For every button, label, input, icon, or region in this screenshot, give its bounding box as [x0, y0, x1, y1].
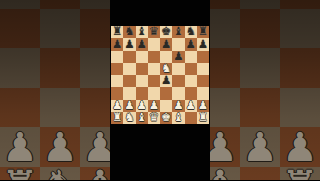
square-g4[interactable] [185, 75, 197, 87]
piece-white-pawn: ♟ [198, 100, 208, 112]
square-g2[interactable]: ♟ [185, 100, 197, 112]
square-b3[interactable] [123, 87, 135, 99]
square-h3[interactable] [197, 87, 209, 99]
square-g1[interactable] [185, 112, 197, 124]
square-d5[interactable] [148, 63, 160, 75]
square-d1[interactable]: ♛ [148, 112, 160, 124]
piece-white-pawn: ♟ [124, 100, 134, 112]
square-a6[interactable] [111, 51, 123, 63]
bg-piece-rook: ♜ [0, 167, 40, 181]
piece-white-pawn: ♟ [173, 100, 183, 112]
square-g7[interactable]: ♟ [185, 38, 197, 50]
square-b5[interactable] [123, 63, 135, 75]
square-d8[interactable]: ♛ [148, 26, 160, 38]
square-h2[interactable]: ♟ [197, 100, 209, 112]
square-e7[interactable]: ♟ [160, 38, 172, 50]
square-f1[interactable]: ♝ [172, 112, 184, 124]
square-g8[interactable]: ♞ [185, 26, 197, 38]
piece-black-pawn: ♟ [161, 39, 171, 51]
square-d6[interactable] [148, 51, 160, 63]
square-d4[interactable] [148, 75, 160, 87]
square-b8[interactable]: ♞ [123, 26, 135, 38]
piece-white-bishop: ♝ [136, 112, 146, 124]
square-g6[interactable] [185, 51, 197, 63]
piece-white-king: ♚ [161, 112, 171, 124]
square-e8[interactable]: ♚ [160, 26, 172, 38]
square-c1[interactable]: ♝ [136, 112, 148, 124]
bg-piece-pawn: ♟ [240, 127, 280, 167]
square-a2[interactable]: ♟ [111, 100, 123, 112]
square-c6[interactable] [136, 51, 148, 63]
square-e6[interactable] [160, 51, 172, 63]
piece-black-pawn: ♟ [185, 39, 195, 51]
piece-black-knight: ♞ [124, 26, 134, 38]
square-a8[interactable]: ♜ [111, 26, 123, 38]
piece-black-rook: ♜ [112, 26, 122, 38]
square-c8[interactable]: ♝ [136, 26, 148, 38]
bg-piece-rook: ♜ [280, 167, 320, 181]
square-b1[interactable]: ♞ [123, 112, 135, 124]
square-b7[interactable]: ♟ [123, 38, 135, 50]
square-h8[interactable]: ♜ [197, 26, 209, 38]
piece-white-pawn: ♟ [112, 100, 122, 112]
square-c5[interactable] [136, 63, 148, 75]
square-f4[interactable] [172, 75, 184, 87]
piece-white-pawn: ♟ [136, 100, 146, 112]
square-a7[interactable]: ♟ [111, 38, 123, 50]
piece-white-queen: ♛ [149, 112, 159, 124]
square-a1[interactable]: ♜ [111, 112, 123, 124]
square-d3[interactable] [148, 87, 160, 99]
piece-black-pawn: ♟ [112, 39, 122, 51]
square-f3[interactable] [172, 87, 184, 99]
square-f6[interactable]: ♟ [172, 51, 184, 63]
piece-white-pawn: ♟ [185, 100, 195, 112]
piece-black-king: ♚ [161, 26, 171, 38]
square-b4[interactable] [123, 75, 135, 87]
piece-black-queen: ♛ [149, 26, 159, 38]
piece-white-rook: ♜ [198, 112, 208, 124]
square-c2[interactable]: ♟ [136, 100, 148, 112]
square-g3[interactable] [185, 87, 197, 99]
piece-black-rook: ♜ [198, 26, 208, 38]
chess-board: ♜♞♝♛♚♝♞♜♟♟♟♟♟♟♟♞♟♟♟♟♟♟♟♟♜♞♝♛♚♝♜ [111, 26, 209, 124]
square-e5[interactable]: ♞ [160, 63, 172, 75]
square-e1[interactable]: ♚ [160, 112, 172, 124]
square-c3[interactable] [136, 87, 148, 99]
square-c7[interactable]: ♟ [136, 38, 148, 50]
square-b6[interactable] [123, 51, 135, 63]
square-e4[interactable]: ♟ [160, 75, 172, 87]
piece-white-knight: ♞ [161, 63, 171, 75]
square-h5[interactable] [197, 63, 209, 75]
square-h6[interactable] [197, 51, 209, 63]
piece-black-pawn: ♟ [136, 39, 146, 51]
square-d2[interactable]: ♟ [148, 100, 160, 112]
square-e3[interactable] [160, 87, 172, 99]
piece-black-bishop: ♝ [136, 26, 146, 38]
piece-black-pawn: ♟ [173, 51, 183, 63]
piece-white-rook: ♜ [112, 112, 122, 124]
square-e2[interactable] [160, 100, 172, 112]
square-a4[interactable] [111, 75, 123, 87]
piece-white-knight: ♞ [124, 112, 134, 124]
square-c4[interactable] [136, 75, 148, 87]
square-g5[interactable] [185, 63, 197, 75]
square-h1[interactable]: ♜ [197, 112, 209, 124]
square-a5[interactable] [111, 63, 123, 75]
square-b2[interactable]: ♟ [123, 100, 135, 112]
piece-white-pawn: ♟ [149, 100, 159, 112]
square-h4[interactable] [197, 75, 209, 87]
square-f2[interactable]: ♟ [172, 100, 184, 112]
piece-white-bishop: ♝ [173, 112, 183, 124]
square-a3[interactable] [111, 87, 123, 99]
piece-black-pawn: ♟ [198, 39, 208, 51]
video-frame: ♟♟♟♟♟♟♜♞♝♝♜ ♜♞♝♛♚♝♞♜♟♟♟♟♟♟♟♞♟♟♟♟♟♟♟♟♜♞♝♛… [0, 0, 320, 180]
square-f5[interactable] [172, 63, 184, 75]
square-f8[interactable]: ♝ [172, 26, 184, 38]
bg-piece-knight: ♞ [40, 167, 80, 181]
piece-black-bishop: ♝ [173, 26, 183, 38]
square-h7[interactable]: ♟ [197, 38, 209, 50]
square-f7[interactable] [172, 38, 184, 50]
piece-black-pawn: ♟ [161, 75, 171, 87]
piece-black-knight: ♞ [185, 26, 195, 38]
square-d7[interactable] [148, 38, 160, 50]
piece-black-pawn: ♟ [124, 39, 134, 51]
